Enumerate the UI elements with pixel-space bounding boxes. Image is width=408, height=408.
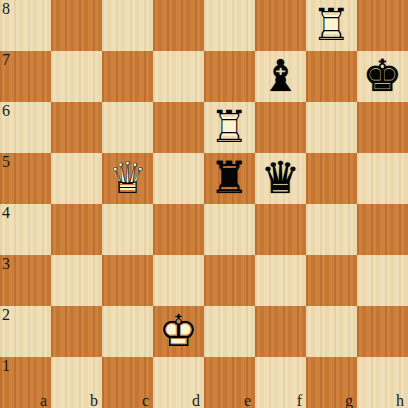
file-label-c: c bbox=[142, 392, 149, 408]
square-a3[interactable]: 3 bbox=[0, 255, 51, 306]
square-c7[interactable] bbox=[102, 51, 153, 102]
square-g2[interactable] bbox=[306, 306, 357, 357]
square-h6[interactable] bbox=[357, 102, 408, 153]
square-e4[interactable] bbox=[204, 204, 255, 255]
square-a2[interactable]: 2 bbox=[0, 306, 51, 357]
file-label-a: a bbox=[40, 392, 47, 408]
rank-label-7: 7 bbox=[2, 51, 10, 68]
square-d1[interactable]: d bbox=[153, 357, 204, 408]
square-d5[interactable] bbox=[153, 153, 204, 204]
white-rook[interactable]: ♜♖ bbox=[204, 102, 255, 153]
rank-label-2: 2 bbox=[2, 306, 10, 323]
black-queen-glyph: ♛ bbox=[255, 153, 306, 204]
square-c3[interactable] bbox=[102, 255, 153, 306]
square-b4[interactable] bbox=[51, 204, 102, 255]
square-a7[interactable]: 7 bbox=[0, 51, 51, 102]
square-f3[interactable] bbox=[255, 255, 306, 306]
rank-label-1: 1 bbox=[2, 357, 10, 374]
square-b3[interactable] bbox=[51, 255, 102, 306]
square-b2[interactable] bbox=[51, 306, 102, 357]
square-f5[interactable]: ♛ bbox=[255, 153, 306, 204]
square-h8[interactable] bbox=[357, 0, 408, 51]
square-g4[interactable] bbox=[306, 204, 357, 255]
rank-label-5: 5 bbox=[2, 153, 10, 170]
white-king-outline: ♔ bbox=[153, 306, 204, 357]
black-bishop[interactable]: ♝ bbox=[255, 51, 306, 102]
square-h7[interactable]: ♚ bbox=[357, 51, 408, 102]
square-f4[interactable] bbox=[255, 204, 306, 255]
rank-label-6: 6 bbox=[2, 102, 10, 119]
black-rook-glyph: ♜ bbox=[204, 153, 255, 204]
square-g6[interactable] bbox=[306, 102, 357, 153]
square-b5[interactable] bbox=[51, 153, 102, 204]
white-rook-outline: ♖ bbox=[306, 0, 357, 51]
square-d4[interactable] bbox=[153, 204, 204, 255]
square-c5[interactable]: ♛♕ bbox=[102, 153, 153, 204]
square-c1[interactable]: c bbox=[102, 357, 153, 408]
white-rook-outline: ♖ bbox=[204, 102, 255, 153]
black-queen[interactable]: ♛ bbox=[255, 153, 306, 204]
file-label-g: g bbox=[345, 392, 353, 408]
square-f2[interactable] bbox=[255, 306, 306, 357]
square-b7[interactable] bbox=[51, 51, 102, 102]
square-g8[interactable]: ♜♖ bbox=[306, 0, 357, 51]
black-bishop-glyph: ♝ bbox=[255, 51, 306, 102]
square-b8[interactable] bbox=[51, 0, 102, 51]
black-king[interactable]: ♚ bbox=[357, 51, 408, 102]
square-h5[interactable] bbox=[357, 153, 408, 204]
square-e6[interactable]: ♜♖ bbox=[204, 102, 255, 153]
square-g5[interactable] bbox=[306, 153, 357, 204]
file-label-b: b bbox=[90, 392, 98, 408]
square-e3[interactable] bbox=[204, 255, 255, 306]
square-c4[interactable] bbox=[102, 204, 153, 255]
file-label-h: h bbox=[396, 392, 404, 408]
square-d7[interactable] bbox=[153, 51, 204, 102]
black-king-glyph: ♚ bbox=[357, 51, 408, 102]
square-h1[interactable]: h bbox=[357, 357, 408, 408]
white-king[interactable]: ♚♔ bbox=[153, 306, 204, 357]
black-rook[interactable]: ♜ bbox=[204, 153, 255, 204]
rank-label-4: 4 bbox=[2, 204, 10, 221]
square-e7[interactable] bbox=[204, 51, 255, 102]
square-g3[interactable] bbox=[306, 255, 357, 306]
white-rook[interactable]: ♜♖ bbox=[306, 0, 357, 51]
square-h2[interactable] bbox=[357, 306, 408, 357]
square-d6[interactable] bbox=[153, 102, 204, 153]
square-b1[interactable]: b bbox=[51, 357, 102, 408]
square-d3[interactable] bbox=[153, 255, 204, 306]
square-h4[interactable] bbox=[357, 204, 408, 255]
square-f6[interactable] bbox=[255, 102, 306, 153]
square-e8[interactable] bbox=[204, 0, 255, 51]
square-a8[interactable]: 8 bbox=[0, 0, 51, 51]
rank-label-3: 3 bbox=[2, 255, 10, 272]
square-c8[interactable] bbox=[102, 0, 153, 51]
square-e2[interactable] bbox=[204, 306, 255, 357]
square-f8[interactable] bbox=[255, 0, 306, 51]
square-h3[interactable] bbox=[357, 255, 408, 306]
chess-board: 8♜♖7♝♚6♜♖5♛♕♜♛432♚♔1abcdefgh bbox=[0, 0, 408, 408]
square-a6[interactable]: 6 bbox=[0, 102, 51, 153]
rank-label-8: 8 bbox=[2, 0, 10, 17]
square-g7[interactable] bbox=[306, 51, 357, 102]
file-label-f: f bbox=[297, 392, 302, 408]
square-e1[interactable]: e bbox=[204, 357, 255, 408]
file-label-e: e bbox=[244, 392, 251, 408]
square-a5[interactable]: 5 bbox=[0, 153, 51, 204]
white-queen-outline: ♕ bbox=[102, 153, 153, 204]
file-label-d: d bbox=[192, 392, 200, 408]
square-g1[interactable]: g bbox=[306, 357, 357, 408]
square-f7[interactable]: ♝ bbox=[255, 51, 306, 102]
square-d2[interactable]: ♚♔ bbox=[153, 306, 204, 357]
square-c2[interactable] bbox=[102, 306, 153, 357]
square-b6[interactable] bbox=[51, 102, 102, 153]
square-d8[interactable] bbox=[153, 0, 204, 51]
square-a4[interactable]: 4 bbox=[0, 204, 51, 255]
square-f1[interactable]: f bbox=[255, 357, 306, 408]
square-a1[interactable]: 1a bbox=[0, 357, 51, 408]
white-queen[interactable]: ♛♕ bbox=[102, 153, 153, 204]
square-e5[interactable]: ♜ bbox=[204, 153, 255, 204]
square-c6[interactable] bbox=[102, 102, 153, 153]
